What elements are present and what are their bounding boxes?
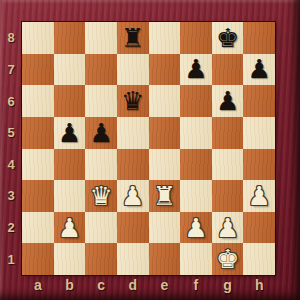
square-g3[interactable]	[212, 180, 244, 212]
square-g2[interactable]: ♟	[212, 212, 244, 244]
file-label-d: d	[117, 275, 149, 298]
square-b1[interactable]	[54, 243, 86, 275]
square-h1[interactable]	[243, 243, 275, 275]
file-label-f: f	[180, 275, 212, 298]
square-d1[interactable]	[117, 243, 149, 275]
white-pawn-b2[interactable]: ♟	[58, 215, 81, 241]
rank-label-6: 6	[0, 85, 22, 117]
black-pawn-g6[interactable]: ♟	[216, 88, 239, 114]
white-pawn-h3[interactable]: ♟	[248, 183, 271, 209]
square-f6[interactable]	[180, 85, 212, 117]
black-pawn-c5[interactable]: ♟	[89, 120, 112, 146]
file-label-g: g	[212, 275, 244, 298]
square-h8[interactable]	[243, 22, 275, 54]
square-f8[interactable]	[180, 22, 212, 54]
square-e2[interactable]	[149, 212, 181, 244]
square-b7[interactable]	[54, 54, 86, 86]
square-c2[interactable]	[85, 212, 117, 244]
square-h5[interactable]	[243, 117, 275, 149]
square-f3[interactable]	[180, 180, 212, 212]
square-d2[interactable]	[117, 212, 149, 244]
square-a8[interactable]	[22, 22, 54, 54]
square-b3[interactable]	[54, 180, 86, 212]
square-f1[interactable]	[180, 243, 212, 275]
white-rook-e3[interactable]: ♜	[153, 183, 176, 209]
square-f5[interactable]	[180, 117, 212, 149]
file-label-a: a	[22, 275, 54, 298]
square-g4[interactable]	[212, 149, 244, 181]
square-f7[interactable]: ♟	[180, 54, 212, 86]
square-a6[interactable]	[22, 85, 54, 117]
square-c8[interactable]	[85, 22, 117, 54]
chess-board-frame: 87654321 ♜♚♟♟♛♟♟♟♛♟♜♟♟♟♟♚ abcdefgh	[0, 0, 300, 300]
square-f2[interactable]: ♟	[180, 212, 212, 244]
file-label-b: b	[54, 275, 86, 298]
rank-label-4: 4	[0, 149, 22, 181]
square-h4[interactable]	[243, 149, 275, 181]
rank-label-1: 1	[0, 243, 22, 275]
square-g8[interactable]: ♚	[212, 22, 244, 54]
rank-label-8: 8	[0, 22, 22, 54]
square-e8[interactable]	[149, 22, 181, 54]
file-label-h: h	[243, 275, 275, 298]
black-pawn-h7[interactable]: ♟	[248, 56, 271, 82]
square-c4[interactable]	[85, 149, 117, 181]
square-d3[interactable]: ♟	[117, 180, 149, 212]
square-e3[interactable]: ♜	[149, 180, 181, 212]
square-h3[interactable]: ♟	[243, 180, 275, 212]
square-h7[interactable]: ♟	[243, 54, 275, 86]
square-d5[interactable]	[117, 117, 149, 149]
file-labels: abcdefgh	[22, 275, 275, 298]
chess-board: ♜♚♟♟♛♟♟♟♛♟♜♟♟♟♟♚	[22, 22, 275, 275]
square-e4[interactable]	[149, 149, 181, 181]
square-a2[interactable]	[22, 212, 54, 244]
white-pawn-f2[interactable]: ♟	[184, 215, 207, 241]
white-queen-c3[interactable]: ♛	[89, 183, 112, 209]
black-rook-d8[interactable]: ♜	[121, 25, 144, 51]
square-d8[interactable]: ♜	[117, 22, 149, 54]
rank-labels: 87654321	[0, 22, 22, 275]
square-e1[interactable]	[149, 243, 181, 275]
square-c5[interactable]: ♟	[85, 117, 117, 149]
square-a1[interactable]	[22, 243, 54, 275]
square-b4[interactable]	[54, 149, 86, 181]
square-b5[interactable]: ♟	[54, 117, 86, 149]
black-queen-d6[interactable]: ♛	[121, 88, 144, 114]
square-g7[interactable]	[212, 54, 244, 86]
square-d6[interactable]: ♛	[117, 85, 149, 117]
square-c3[interactable]: ♛	[85, 180, 117, 212]
rank-label-5: 5	[0, 117, 22, 149]
square-b2[interactable]: ♟	[54, 212, 86, 244]
file-label-e: e	[149, 275, 181, 298]
square-f4[interactable]	[180, 149, 212, 181]
white-king-g1[interactable]: ♚	[216, 246, 239, 272]
black-pawn-f7[interactable]: ♟	[184, 56, 207, 82]
square-a5[interactable]	[22, 117, 54, 149]
black-pawn-b5[interactable]: ♟	[58, 120, 81, 146]
rank-label-7: 7	[0, 54, 22, 86]
square-c6[interactable]	[85, 85, 117, 117]
square-d4[interactable]	[117, 149, 149, 181]
square-d7[interactable]	[117, 54, 149, 86]
square-g5[interactable]	[212, 117, 244, 149]
rank-label-2: 2	[0, 212, 22, 244]
square-g6[interactable]: ♟	[212, 85, 244, 117]
file-label-c: c	[85, 275, 117, 298]
square-h2[interactable]	[243, 212, 275, 244]
square-b6[interactable]	[54, 85, 86, 117]
white-pawn-d3[interactable]: ♟	[121, 183, 144, 209]
square-c7[interactable]	[85, 54, 117, 86]
square-e5[interactable]	[149, 117, 181, 149]
square-h6[interactable]	[243, 85, 275, 117]
square-a7[interactable]	[22, 54, 54, 86]
square-b8[interactable]	[54, 22, 86, 54]
white-pawn-g2[interactable]: ♟	[216, 215, 239, 241]
square-a3[interactable]	[22, 180, 54, 212]
square-c1[interactable]	[85, 243, 117, 275]
rank-label-3: 3	[0, 180, 22, 212]
square-g1[interactable]: ♚	[212, 243, 244, 275]
black-king-g8[interactable]: ♚	[216, 25, 239, 51]
square-e7[interactable]	[149, 54, 181, 86]
square-a4[interactable]	[22, 149, 54, 181]
square-e6[interactable]	[149, 85, 181, 117]
